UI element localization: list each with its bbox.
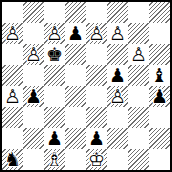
piece-glyph: ♟	[44, 128, 65, 149]
square-f8[interactable]	[107, 2, 128, 23]
white-pawn-f4[interactable]: ♟♙	[107, 86, 128, 107]
piece-glyph: ♙	[2, 86, 23, 107]
square-a7[interactable]: ♟♙	[2, 23, 23, 44]
square-h8[interactable]	[149, 2, 170, 23]
square-a4[interactable]: ♟♙	[2, 86, 23, 107]
square-a2[interactable]	[2, 128, 23, 149]
square-g7[interactable]	[128, 23, 149, 44]
piece-glyph: ♚	[44, 44, 65, 65]
piece-glyph: ♟	[107, 65, 128, 86]
piece-glyph: ♙	[44, 23, 65, 44]
black-pawn-c2[interactable]: ♟♟	[44, 128, 65, 149]
square-b6[interactable]: ♟♙	[23, 44, 44, 65]
square-b2[interactable]	[23, 128, 44, 149]
square-a1[interactable]: ♞♞	[2, 149, 23, 170]
square-f3[interactable]	[107, 107, 128, 128]
square-b1[interactable]	[23, 149, 44, 170]
square-c7[interactable]: ♟♙	[44, 23, 65, 44]
square-c3[interactable]	[44, 107, 65, 128]
square-b3[interactable]	[23, 107, 44, 128]
square-e7[interactable]: ♟♙	[86, 23, 107, 44]
square-c2[interactable]: ♟♟	[44, 128, 65, 149]
square-e1[interactable]: ♚♔	[86, 149, 107, 170]
square-h1[interactable]	[149, 149, 170, 170]
square-b8[interactable]	[23, 2, 44, 23]
piece-glyph: ♙	[86, 23, 107, 44]
square-c8[interactable]	[44, 2, 65, 23]
square-g3[interactable]	[128, 107, 149, 128]
square-c1[interactable]: ♝♗	[44, 149, 65, 170]
square-d6[interactable]	[65, 44, 86, 65]
square-f2[interactable]	[107, 128, 128, 149]
square-c6[interactable]: ♚♚	[44, 44, 65, 65]
square-h3[interactable]	[149, 107, 170, 128]
piece-glyph: ♙	[107, 23, 128, 44]
square-f6[interactable]	[107, 44, 128, 65]
piece-glyph: ♙	[2, 23, 23, 44]
white-pawn-a7[interactable]: ♟♙	[2, 23, 23, 44]
square-e5[interactable]	[86, 65, 107, 86]
square-f4[interactable]: ♟♙	[107, 86, 128, 107]
square-g4[interactable]	[128, 86, 149, 107]
white-pawn-e7[interactable]: ♟♙	[86, 23, 107, 44]
square-d1[interactable]	[65, 149, 86, 170]
black-pawn-d7[interactable]: ♟♟	[65, 23, 86, 44]
square-b4[interactable]: ♟♟	[23, 86, 44, 107]
piece-glyph: ♞	[2, 149, 23, 170]
square-h5[interactable]: ♝♝	[149, 65, 170, 86]
square-d8[interactable]	[65, 2, 86, 23]
piece-glyph: ♟	[86, 128, 107, 149]
piece-glyph: ♟	[23, 86, 44, 107]
black-king-c6[interactable]: ♚♚	[44, 44, 65, 65]
black-pawn-h4[interactable]: ♟♟	[149, 86, 170, 107]
piece-glyph: ♙	[107, 86, 128, 107]
piece-glyph: ♙	[23, 44, 44, 65]
square-g2[interactable]	[128, 128, 149, 149]
square-e3[interactable]	[86, 107, 107, 128]
square-b7[interactable]	[23, 23, 44, 44]
square-h7[interactable]	[149, 23, 170, 44]
square-f1[interactable]	[107, 149, 128, 170]
square-a3[interactable]	[2, 107, 23, 128]
square-h4[interactable]: ♟♟	[149, 86, 170, 107]
square-g5[interactable]	[128, 65, 149, 86]
black-pawn-f5[interactable]: ♟♟	[107, 65, 128, 86]
square-d3[interactable]	[65, 107, 86, 128]
white-pawn-g6[interactable]: ♟♙	[128, 44, 149, 65]
square-g6[interactable]: ♟♙	[128, 44, 149, 65]
black-bishop-h5[interactable]: ♝♝	[149, 65, 170, 86]
square-h2[interactable]	[149, 128, 170, 149]
square-e8[interactable]	[86, 2, 107, 23]
piece-glyph: ♗	[44, 149, 65, 170]
white-pawn-f7[interactable]: ♟♙	[107, 23, 128, 44]
square-d7[interactable]: ♟♟	[65, 23, 86, 44]
piece-glyph: ♟	[65, 23, 86, 44]
square-e6[interactable]	[86, 44, 107, 65]
square-a6[interactable]	[2, 44, 23, 65]
square-d4[interactable]	[65, 86, 86, 107]
square-c5[interactable]	[44, 65, 65, 86]
square-g8[interactable]	[128, 2, 149, 23]
piece-glyph: ♙	[128, 44, 149, 65]
square-d5[interactable]	[65, 65, 86, 86]
black-pawn-b4[interactable]: ♟♟	[23, 86, 44, 107]
piece-glyph: ♝	[149, 65, 170, 86]
black-pawn-e2[interactable]: ♟♟	[86, 128, 107, 149]
square-e4[interactable]	[86, 86, 107, 107]
square-d2[interactable]	[65, 128, 86, 149]
white-pawn-b6[interactable]: ♟♙	[23, 44, 44, 65]
square-a5[interactable]	[2, 65, 23, 86]
square-a8[interactable]	[2, 2, 23, 23]
white-king-e1[interactable]: ♚♔	[86, 149, 107, 170]
square-f7[interactable]: ♟♙	[107, 23, 128, 44]
white-pawn-c7[interactable]: ♟♙	[44, 23, 65, 44]
square-c4[interactable]	[44, 86, 65, 107]
piece-glyph: ♔	[86, 149, 107, 170]
piece-glyph: ♟	[149, 86, 170, 107]
square-f5[interactable]: ♟♟	[107, 65, 128, 86]
white-pawn-a4[interactable]: ♟♙	[2, 86, 23, 107]
square-b5[interactable]	[23, 65, 44, 86]
white-bishop-c1[interactable]: ♝♗	[44, 149, 65, 170]
black-knight-a1[interactable]: ♞♞	[2, 149, 23, 170]
chess-board: ♟♙♟♙♟♟♟♙♟♙♟♙♚♚♟♙♟♟♝♝♟♙♟♟♟♙♟♟♟♟♟♟♞♞♝♗♚♔	[0, 0, 172, 172]
square-h6[interactable]	[149, 44, 170, 65]
square-e2[interactable]: ♟♟	[86, 128, 107, 149]
square-g1[interactable]	[128, 149, 149, 170]
